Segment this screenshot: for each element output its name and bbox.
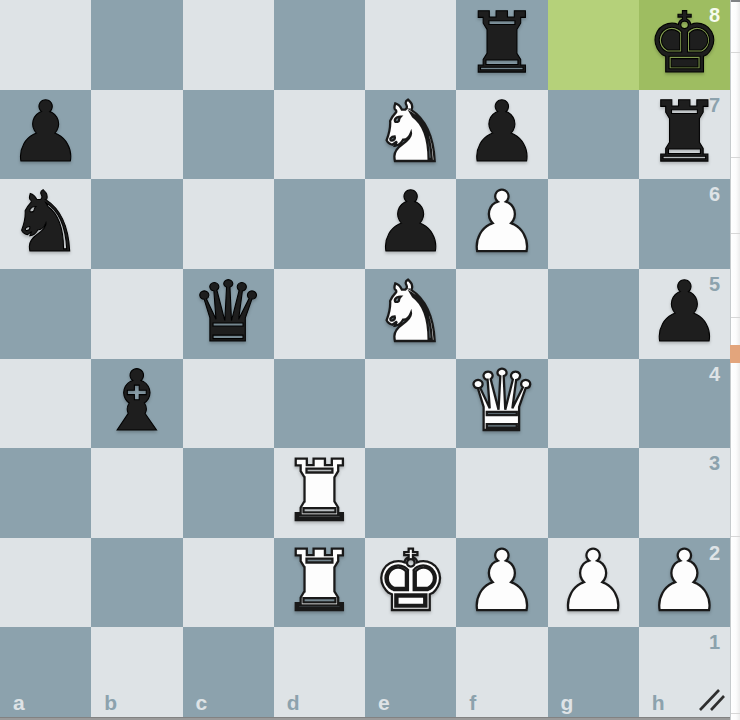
square-d1[interactable]: d (274, 627, 365, 717)
square-g2[interactable]: ♟ (548, 538, 639, 628)
square-e7[interactable]: ♞ (365, 90, 456, 180)
square-b8[interactable] (91, 0, 182, 90)
scrollbar-divider (731, 713, 740, 714)
square-e1[interactable]: e (365, 627, 456, 717)
square-h3[interactable]: 3 (639, 448, 730, 538)
square-f2[interactable]: ♟ (456, 538, 547, 628)
chess-app-window: ♜♚8♟♞♟♜7♞♟♟6♛♞♟5♝♛4♜3♜♚♟♟♟2abcdefg1h (0, 0, 740, 720)
square-b7[interactable] (91, 90, 182, 180)
square-e5[interactable]: ♞ (365, 269, 456, 359)
square-c6[interactable] (183, 179, 274, 269)
square-d5[interactable] (274, 269, 365, 359)
file-label-g: g (561, 691, 574, 715)
square-a3[interactable] (0, 448, 91, 538)
piece-wN-e7[interactable]: ♞ (373, 90, 448, 174)
rank-label-1: 1 (709, 631, 720, 654)
square-d2[interactable]: ♜ (274, 538, 365, 628)
square-h6[interactable]: 6 (639, 179, 730, 269)
file-label-d: d (287, 691, 300, 715)
piece-bP-a7[interactable]: ♟ (8, 90, 83, 174)
square-c3[interactable] (183, 448, 274, 538)
square-e2[interactable]: ♚ (365, 538, 456, 628)
square-d8[interactable] (274, 0, 365, 90)
file-label-e: e (378, 691, 390, 715)
chess-board[interactable]: ♜♚8♟♞♟♜7♞♟♟6♛♞♟5♝♛4♜3♜♚♟♟♟2abcdefg1h (0, 0, 730, 717)
square-g5[interactable] (548, 269, 639, 359)
square-f8[interactable]: ♜ (456, 0, 547, 90)
square-a5[interactable] (0, 269, 91, 359)
square-c1[interactable]: c (183, 627, 274, 717)
file-label-b: b (104, 691, 117, 715)
scrollbar-divider (731, 52, 740, 53)
piece-bP-e6[interactable]: ♟ (373, 180, 448, 264)
square-f4[interactable]: ♛ (456, 359, 547, 449)
square-g1[interactable]: g (548, 627, 639, 717)
square-f7[interactable]: ♟ (456, 90, 547, 180)
scrollbar-divider (731, 317, 740, 318)
file-label-f: f (469, 691, 476, 715)
square-b3[interactable] (91, 448, 182, 538)
piece-bB-b4[interactable]: ♝ (99, 359, 174, 443)
square-a8[interactable] (0, 0, 91, 90)
square-e3[interactable] (365, 448, 456, 538)
piece-wP-f6[interactable]: ♟ (464, 180, 539, 264)
square-f6[interactable]: ♟ (456, 179, 547, 269)
piece-wR-d2[interactable]: ♜ (282, 539, 357, 623)
piece-bP-f7[interactable]: ♟ (464, 90, 539, 174)
scrollbar-orange-marker (730, 345, 740, 363)
square-h7[interactable]: ♜7 (639, 90, 730, 180)
piece-bR-h7[interactable]: ♜ (647, 90, 722, 174)
square-g8[interactable] (548, 0, 639, 90)
square-e6[interactable]: ♟ (365, 179, 456, 269)
piece-wP-h2[interactable]: ♟ (647, 539, 722, 623)
square-a6[interactable]: ♞ (0, 179, 91, 269)
scrollbar-divider (731, 536, 740, 537)
square-d6[interactable] (274, 179, 365, 269)
square-h2[interactable]: ♟2 (639, 538, 730, 628)
resize-handle-icon[interactable] (697, 687, 729, 714)
piece-bQ-c5[interactable]: ♛ (190, 270, 265, 354)
square-g3[interactable] (548, 448, 639, 538)
square-c4[interactable] (183, 359, 274, 449)
square-d7[interactable] (274, 90, 365, 180)
file-label-a: a (13, 691, 25, 715)
scrollbar-divider (731, 233, 740, 234)
scrollbar-divider (731, 157, 740, 158)
rank-label-3: 3 (709, 452, 720, 475)
rank-label-4: 4 (709, 363, 720, 386)
square-d3[interactable]: ♜ (274, 448, 365, 538)
square-h8[interactable]: ♚8 (639, 0, 730, 90)
rank-label-6: 6 (709, 183, 720, 206)
square-h5[interactable]: ♟5 (639, 269, 730, 359)
square-g6[interactable] (548, 179, 639, 269)
square-b1[interactable]: b (91, 627, 182, 717)
square-a7[interactable]: ♟ (0, 90, 91, 180)
square-e4[interactable] (365, 359, 456, 449)
square-d4[interactable] (274, 359, 365, 449)
square-f3[interactable] (456, 448, 547, 538)
square-b5[interactable] (91, 269, 182, 359)
piece-wR-d3[interactable]: ♜ (282, 449, 357, 533)
square-b6[interactable] (91, 179, 182, 269)
square-b4[interactable]: ♝ (91, 359, 182, 449)
square-c8[interactable] (183, 0, 274, 90)
square-h4[interactable]: 4 (639, 359, 730, 449)
square-f1[interactable]: f (456, 627, 547, 717)
square-f5[interactable] (456, 269, 547, 359)
square-b2[interactable] (91, 538, 182, 628)
scrollbar-track[interactable] (730, 0, 740, 720)
square-c5[interactable]: ♛ (183, 269, 274, 359)
square-c2[interactable] (183, 538, 274, 628)
piece-bR-f8[interactable]: ♜ (464, 1, 539, 85)
square-e8[interactable] (365, 0, 456, 90)
square-a2[interactable] (0, 538, 91, 628)
piece-bP-h5[interactable]: ♟ (647, 270, 722, 354)
square-a4[interactable] (0, 359, 91, 449)
piece-wQ-f4[interactable]: ♛ (464, 359, 539, 443)
file-label-c: c (196, 691, 208, 715)
square-a1[interactable]: a (0, 627, 91, 717)
square-g4[interactable] (548, 359, 639, 449)
scrollbar-top-cap (731, 0, 740, 2)
file-label-h: h (652, 691, 665, 715)
piece-bK-h8[interactable]: ♚ (647, 1, 722, 85)
piece-wP-f2[interactable]: ♟ (464, 539, 539, 623)
piece-wN-e5[interactable]: ♞ (373, 270, 448, 354)
piece-wP-g2[interactable]: ♟ (555, 539, 630, 623)
square-c7[interactable] (183, 90, 274, 180)
piece-bN-a6[interactable]: ♞ (8, 180, 83, 264)
piece-wK-e2[interactable]: ♚ (373, 539, 448, 623)
square-g7[interactable] (548, 90, 639, 180)
